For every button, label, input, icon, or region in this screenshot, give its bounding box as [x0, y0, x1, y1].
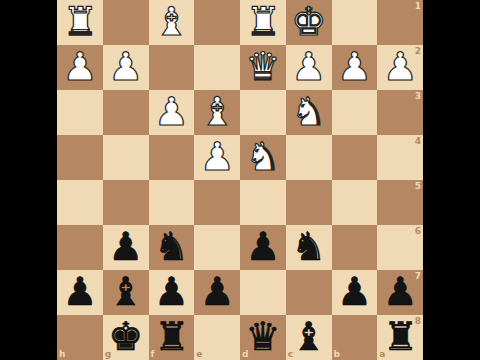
- square-b5[interactable]: [332, 180, 378, 225]
- square-g5[interactable]: [103, 180, 149, 225]
- square-b3[interactable]: [332, 90, 378, 135]
- square-b4[interactable]: [332, 135, 378, 180]
- square-f7[interactable]: ♟: [149, 270, 195, 315]
- square-d5[interactable]: [240, 180, 286, 225]
- square-c4[interactable]: [286, 135, 332, 180]
- white-rook-d1[interactable]: ♜: [245, 2, 280, 41]
- rank-label-1: 1: [415, 2, 421, 11]
- square-a4[interactable]: 4: [377, 135, 423, 180]
- square-h2[interactable]: ♟: [57, 45, 103, 90]
- black-bishop-g7[interactable]: ♝: [108, 272, 143, 311]
- black-king-g8[interactable]: ♚: [108, 317, 143, 356]
- square-d3[interactable]: [240, 90, 286, 135]
- black-pawn-a7[interactable]: ♟: [383, 272, 418, 311]
- square-g3[interactable]: [103, 90, 149, 135]
- square-f3[interactable]: ♟: [149, 90, 195, 135]
- square-e7[interactable]: ♟: [194, 270, 240, 315]
- black-bishop-c8[interactable]: ♝: [291, 317, 326, 356]
- square-h7[interactable]: ♟: [57, 270, 103, 315]
- white-bishop-e3[interactable]: ♝: [200, 92, 235, 131]
- black-pawn-b7[interactable]: ♟: [337, 272, 372, 311]
- square-d4[interactable]: ♞: [240, 135, 286, 180]
- square-a7[interactable]: 7♟: [377, 270, 423, 315]
- rank-label-3: 3: [415, 92, 421, 101]
- file-label-h: h: [59, 350, 65, 359]
- square-a2[interactable]: 2♟: [377, 45, 423, 90]
- square-c3[interactable]: ♞: [286, 90, 332, 135]
- black-knight-f6[interactable]: ♞: [154, 227, 189, 266]
- black-pawn-f7[interactable]: ♟: [154, 272, 189, 311]
- square-f6[interactable]: ♞: [149, 225, 195, 270]
- video-frame: ♜♝♜♚1♟♟♛♟♟2♟♟♝♞3♟♞45♟♞♟♞6♟♝♟♟♟7♟hg♚f♜ed♛…: [0, 0, 480, 360]
- black-pawn-h7[interactable]: ♟: [62, 272, 97, 311]
- square-h4[interactable]: [57, 135, 103, 180]
- white-knight-c3[interactable]: ♞: [291, 92, 326, 131]
- square-g4[interactable]: [103, 135, 149, 180]
- square-c5[interactable]: [286, 180, 332, 225]
- square-g7[interactable]: ♝: [103, 270, 149, 315]
- rank-label-4: 4: [415, 137, 421, 146]
- square-d7[interactable]: [240, 270, 286, 315]
- file-label-e: e: [196, 350, 202, 359]
- square-a6[interactable]: 6: [377, 225, 423, 270]
- square-e4[interactable]: ♟: [194, 135, 240, 180]
- square-h1[interactable]: ♜: [57, 0, 103, 45]
- square-h3[interactable]: [57, 90, 103, 135]
- square-b7[interactable]: ♟: [332, 270, 378, 315]
- white-pawn-f3[interactable]: ♟: [154, 92, 189, 131]
- white-pawn-c2[interactable]: ♟: [291, 47, 326, 86]
- rank-label-6: 6: [415, 227, 421, 236]
- square-c1[interactable]: ♚: [286, 0, 332, 45]
- left-black-bar: [0, 0, 57, 360]
- square-f5[interactable]: [149, 180, 195, 225]
- white-pawn-a2[interactable]: ♟: [383, 47, 418, 86]
- square-c7[interactable]: [286, 270, 332, 315]
- square-g2[interactable]: ♟: [103, 45, 149, 90]
- rank-label-5: 5: [415, 182, 421, 191]
- square-a8[interactable]: 8a♜: [377, 315, 423, 360]
- square-e8[interactable]: e: [194, 315, 240, 360]
- black-rook-a8[interactable]: ♜: [383, 317, 418, 356]
- square-h8[interactable]: h: [57, 315, 103, 360]
- black-pawn-d6[interactable]: ♟: [245, 227, 280, 266]
- square-d6[interactable]: ♟: [240, 225, 286, 270]
- square-b6[interactable]: [332, 225, 378, 270]
- chess-board: ♜♝♜♚1♟♟♛♟♟2♟♟♝♞3♟♞45♟♞♟♞6♟♝♟♟♟7♟hg♚f♜ed♛…: [57, 0, 423, 360]
- white-pawn-e4[interactable]: ♟: [200, 137, 235, 176]
- square-c8[interactable]: c♝: [286, 315, 332, 360]
- square-b1[interactable]: [332, 0, 378, 45]
- white-pawn-h2[interactable]: ♟: [62, 47, 97, 86]
- black-pawn-e7[interactable]: ♟: [200, 272, 235, 311]
- square-g6[interactable]: ♟: [103, 225, 149, 270]
- right-black-bar: [423, 0, 480, 360]
- square-f4[interactable]: [149, 135, 195, 180]
- white-king-c1[interactable]: ♚: [291, 2, 326, 41]
- white-pawn-g2[interactable]: ♟: [108, 47, 143, 86]
- square-f1[interactable]: ♝: [149, 0, 195, 45]
- white-rook-h1[interactable]: ♜: [62, 2, 97, 41]
- square-a5[interactable]: 5: [377, 180, 423, 225]
- square-c6[interactable]: ♞: [286, 225, 332, 270]
- square-a3[interactable]: 3: [377, 90, 423, 135]
- white-pawn-b2[interactable]: ♟: [337, 47, 372, 86]
- black-knight-c6[interactable]: ♞: [291, 227, 326, 266]
- square-f8[interactable]: f♜: [149, 315, 195, 360]
- square-e6[interactable]: [194, 225, 240, 270]
- square-d2[interactable]: ♛: [240, 45, 286, 90]
- square-h6[interactable]: [57, 225, 103, 270]
- square-f2[interactable]: [149, 45, 195, 90]
- white-queen-d2[interactable]: ♛: [245, 47, 280, 86]
- black-pawn-g6[interactable]: ♟: [108, 227, 143, 266]
- square-g8[interactable]: g♚: [103, 315, 149, 360]
- square-e3[interactable]: ♝: [194, 90, 240, 135]
- square-h5[interactable]: [57, 180, 103, 225]
- square-b2[interactable]: ♟: [332, 45, 378, 90]
- black-rook-f8[interactable]: ♜: [154, 317, 189, 356]
- square-g1[interactable]: [103, 0, 149, 45]
- square-d1[interactable]: ♜: [240, 0, 286, 45]
- square-e2[interactable]: [194, 45, 240, 90]
- white-knight-d4[interactable]: ♞: [245, 137, 280, 176]
- file-label-b: b: [334, 350, 340, 359]
- square-b8[interactable]: b: [332, 315, 378, 360]
- square-c2[interactable]: ♟: [286, 45, 332, 90]
- square-d8[interactable]: d♛: [240, 315, 286, 360]
- white-bishop-f1[interactable]: ♝: [154, 2, 189, 41]
- square-e1[interactable]: [194, 0, 240, 45]
- square-e5[interactable]: [194, 180, 240, 225]
- black-queen-d8[interactable]: ♛: [245, 317, 280, 356]
- square-a1[interactable]: 1: [377, 0, 423, 45]
